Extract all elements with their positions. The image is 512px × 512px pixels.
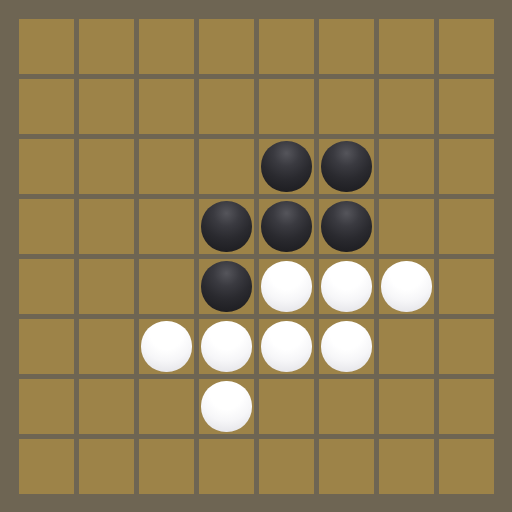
cell-d8[interactable] xyxy=(199,439,254,494)
cell-e6[interactable] xyxy=(259,319,314,374)
cell-a3[interactable] xyxy=(19,139,74,194)
cell-c4[interactable] xyxy=(139,199,194,254)
cell-d4[interactable] xyxy=(199,199,254,254)
othello-screenshot xyxy=(0,0,512,512)
cell-g8[interactable] xyxy=(379,439,434,494)
cell-c8[interactable] xyxy=(139,439,194,494)
cell-a5[interactable] xyxy=(19,259,74,314)
cell-d3[interactable] xyxy=(199,139,254,194)
white-disc xyxy=(321,261,371,311)
cell-a7[interactable] xyxy=(19,379,74,434)
cell-g5[interactable] xyxy=(379,259,434,314)
cell-h7[interactable] xyxy=(439,379,494,434)
cell-f7[interactable] xyxy=(319,379,374,434)
cell-g7[interactable] xyxy=(379,379,434,434)
cell-c7[interactable] xyxy=(139,379,194,434)
cell-e5[interactable] xyxy=(259,259,314,314)
cell-d5[interactable] xyxy=(199,259,254,314)
board-frame xyxy=(0,0,512,512)
cell-a2[interactable] xyxy=(19,79,74,134)
white-disc xyxy=(201,321,251,371)
cell-g4[interactable] xyxy=(379,199,434,254)
cell-a8[interactable] xyxy=(19,439,74,494)
black-disc xyxy=(261,141,311,191)
cell-e7[interactable] xyxy=(259,379,314,434)
cell-h4[interactable] xyxy=(439,199,494,254)
black-disc xyxy=(261,201,311,251)
cell-b2[interactable] xyxy=(79,79,134,134)
cell-f3[interactable] xyxy=(319,139,374,194)
cell-h2[interactable] xyxy=(439,79,494,134)
cell-g3[interactable] xyxy=(379,139,434,194)
cell-c6[interactable] xyxy=(139,319,194,374)
cell-h3[interactable] xyxy=(439,139,494,194)
cell-f8[interactable] xyxy=(319,439,374,494)
cell-a4[interactable] xyxy=(19,199,74,254)
cell-h6[interactable] xyxy=(439,319,494,374)
cell-g1[interactable] xyxy=(379,19,434,74)
cell-f1[interactable] xyxy=(319,19,374,74)
cell-b6[interactable] xyxy=(79,319,134,374)
cell-b1[interactable] xyxy=(79,19,134,74)
cell-e1[interactable] xyxy=(259,19,314,74)
board-grid xyxy=(19,19,494,494)
cell-e8[interactable] xyxy=(259,439,314,494)
black-disc xyxy=(321,141,371,191)
cell-e3[interactable] xyxy=(259,139,314,194)
white-disc xyxy=(261,321,311,371)
white-disc xyxy=(261,261,311,311)
cell-a1[interactable] xyxy=(19,19,74,74)
cell-c5[interactable] xyxy=(139,259,194,314)
cell-b3[interactable] xyxy=(79,139,134,194)
cell-b8[interactable] xyxy=(79,439,134,494)
cell-b7[interactable] xyxy=(79,379,134,434)
cell-f4[interactable] xyxy=(319,199,374,254)
black-disc xyxy=(321,201,371,251)
cell-h8[interactable] xyxy=(439,439,494,494)
white-disc xyxy=(201,381,251,431)
cell-g6[interactable] xyxy=(379,319,434,374)
white-disc xyxy=(141,321,191,371)
cell-d7[interactable] xyxy=(199,379,254,434)
cell-d6[interactable] xyxy=(199,319,254,374)
cell-b4[interactable] xyxy=(79,199,134,254)
cell-f6[interactable] xyxy=(319,319,374,374)
cell-a6[interactable] xyxy=(19,319,74,374)
black-disc xyxy=(201,261,251,311)
cell-g2[interactable] xyxy=(379,79,434,134)
white-disc xyxy=(321,321,371,371)
black-disc xyxy=(201,201,251,251)
cell-b5[interactable] xyxy=(79,259,134,314)
cell-e4[interactable] xyxy=(259,199,314,254)
cell-f2[interactable] xyxy=(319,79,374,134)
cell-c2[interactable] xyxy=(139,79,194,134)
cell-h1[interactable] xyxy=(439,19,494,74)
cell-d1[interactable] xyxy=(199,19,254,74)
cell-h5[interactable] xyxy=(439,259,494,314)
cell-f5[interactable] xyxy=(319,259,374,314)
white-disc xyxy=(381,261,431,311)
cell-e2[interactable] xyxy=(259,79,314,134)
cell-c3[interactable] xyxy=(139,139,194,194)
cell-d2[interactable] xyxy=(199,79,254,134)
cell-c1[interactable] xyxy=(139,19,194,74)
